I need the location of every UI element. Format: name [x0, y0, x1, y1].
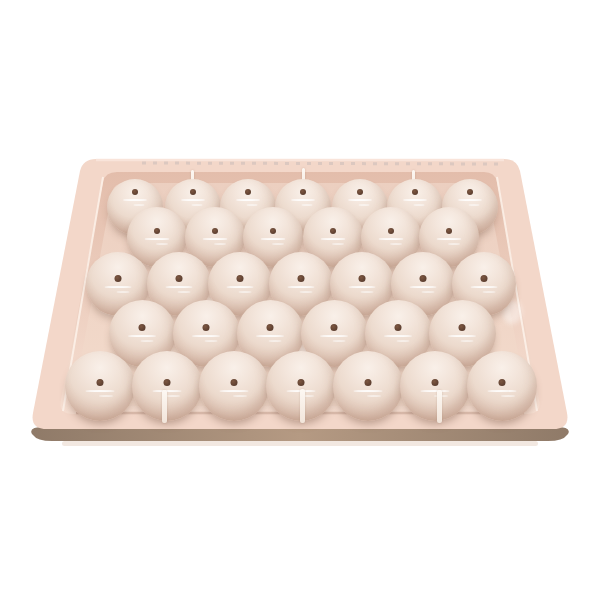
floor-gloss [200, 298, 220, 314]
floor-gloss [511, 385, 529, 399]
floor-gloss [100, 295, 124, 315]
tray-underside [31, 427, 569, 441]
floor-gloss [502, 300, 522, 324]
floor-gloss [460, 349, 480, 363]
floor-gloss [253, 206, 277, 220]
floor-gloss [441, 207, 463, 221]
floor-gloss [136, 246, 164, 264]
floor-gloss [155, 349, 175, 363]
floor-gloss [77, 385, 95, 399]
tray-foot-reflection [62, 441, 538, 446]
floor-gloss [288, 344, 312, 360]
mold-tray [0, 0, 600, 600]
product-photo [0, 0, 600, 600]
floor-gloss [318, 250, 342, 266]
floor-gloss [419, 294, 441, 310]
